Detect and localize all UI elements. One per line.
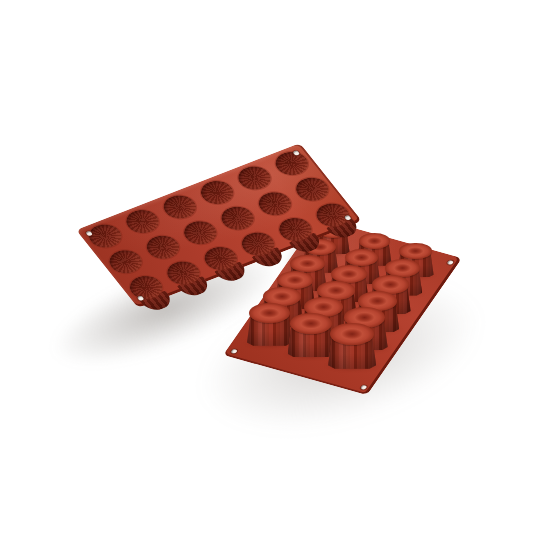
canele-cavity [83, 220, 127, 251]
canele-cavity [290, 174, 334, 205]
hanging-hole [230, 349, 237, 354]
canele-cavity [232, 162, 276, 193]
canele-cavity [216, 203, 260, 234]
hanging-hole [447, 260, 454, 265]
canele-cavity [141, 232, 185, 263]
canele-cavity [178, 217, 222, 248]
canele-cavity [270, 148, 314, 179]
canele-cavity [120, 206, 164, 237]
canele-cavity [195, 177, 239, 208]
product-photo [0, 0, 533, 533]
canele-cavity [253, 188, 297, 219]
canele-cavity [104, 246, 148, 277]
canele-cavity [158, 191, 202, 222]
hanging-hole [360, 385, 367, 390]
